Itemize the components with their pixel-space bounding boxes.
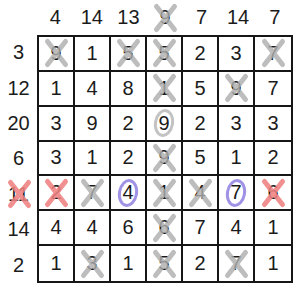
cell-value: 2 (194, 112, 205, 135)
cell-value: 3 (50, 112, 61, 135)
cell-value: 2 (122, 112, 133, 135)
grid-cell-r6c1[interactable]: 4 (39, 211, 75, 246)
cell-value: 1 (158, 181, 169, 204)
grid-cell-r4c3[interactable]: 2 (111, 142, 147, 177)
cell-value: 2 (267, 146, 278, 169)
col-header-1-label: 4 (50, 6, 61, 29)
cell-value: 3 (267, 112, 278, 135)
grid-cell-r1c2[interactable]: 1 (75, 37, 111, 72)
row-header-5-label: 11 (8, 183, 29, 206)
col-header-4-label: 9 (159, 6, 170, 29)
cell-value: 1 (267, 252, 278, 275)
grid-cell-r6c2[interactable]: 4 (75, 211, 111, 246)
cell-value: 3 (230, 42, 241, 65)
col-header-4: 9 (147, 0, 184, 35)
cell-value: 3 (230, 112, 241, 135)
column-targets: 4141397147 (37, 0, 293, 35)
cell-value: 1 (50, 77, 61, 100)
cell-value: 1 (122, 252, 133, 275)
grid-cell-r3c3[interactable]: 2 (111, 107, 147, 142)
grid-cell-r3c5[interactable]: 2 (183, 107, 219, 142)
row-header-3-label: 20 (7, 112, 29, 135)
col-header-6: 14 (220, 0, 257, 35)
cell-value: 9 (86, 112, 97, 135)
cell-value: 2 (194, 42, 205, 65)
cell-value: 7 (230, 181, 241, 204)
grid-cell-r6c7[interactable]: 1 (255, 211, 291, 246)
col-header-2-label: 14 (81, 6, 103, 29)
grid-cell-r4c5[interactable]: 5 (183, 142, 219, 177)
cell-value: 6 (158, 216, 169, 239)
grid-cell-r5c1[interactable]: 2 (39, 176, 75, 211)
grid-cell-r2c6[interactable]: 9 (219, 72, 255, 107)
grid-cell-r3c6[interactable]: 3 (219, 107, 255, 142)
cell-value: 3 (86, 252, 97, 275)
grid-cell-r2c3[interactable]: 8 (111, 72, 147, 107)
row-header-1-label: 3 (13, 41, 24, 64)
grid-cell-r1c7[interactable]: 7 (255, 37, 291, 72)
grid-cell-r3c4[interactable]: 9 (147, 107, 183, 142)
cell-value: 9 (158, 146, 169, 169)
cell-value: 4 (50, 216, 61, 239)
grid-cell-r7c4[interactable]: 5 (147, 246, 183, 281)
col-header-5-label: 7 (196, 6, 207, 29)
cell-value: 9 (50, 42, 61, 65)
cell-value: 3 (50, 146, 61, 169)
grid-cell-r6c6[interactable]: 4 (219, 211, 255, 246)
col-header-2: 14 (74, 0, 111, 35)
grid-cell-r6c4[interactable]: 6 (147, 211, 183, 246)
cell-value: 5 (158, 252, 169, 275)
grid-cell-r3c1[interactable]: 3 (39, 107, 75, 142)
grid-cell-r4c2[interactable]: 1 (75, 142, 111, 177)
grid-cell-r7c2[interactable]: 3 (75, 246, 111, 281)
cell-value: 9 (230, 77, 241, 100)
cell-value: 4 (86, 216, 97, 239)
row-header-5: 11 (0, 177, 37, 212)
grid-cell-r5c4[interactable]: 1 (147, 176, 183, 211)
grid-cell-r7c3[interactable]: 1 (111, 246, 147, 281)
grid-cell-r2c4[interactable]: 1 (147, 72, 183, 107)
grid-cell-r7c5[interactable]: 2 (183, 246, 219, 281)
grid-cell-r5c2[interactable]: 7 (75, 176, 111, 211)
grid-cell-r3c7[interactable]: 3 (255, 107, 291, 142)
col-header-7: 7 (256, 0, 293, 35)
row-header-4-label: 6 (13, 147, 24, 170)
cell-value: 1 (230, 146, 241, 169)
row-header-2-label: 12 (7, 77, 29, 100)
row-targets: 31220611142 (0, 35, 37, 283)
grid-cell-r4c4[interactable]: 9 (147, 142, 183, 177)
cell-value: 7 (267, 42, 278, 65)
col-header-3: 13 (110, 0, 147, 35)
cell-value: 5 (194, 77, 205, 100)
cell-value: 9 (158, 112, 169, 135)
cell-value: 7 (86, 181, 97, 204)
grid-cell-r1c4[interactable]: 5 (147, 37, 183, 72)
row-header-6: 14 (0, 212, 37, 247)
grid-cell-r5c5[interactable]: 4 (183, 176, 219, 211)
cell-value: 7 (230, 252, 241, 275)
grid-cell-r5c7[interactable]: 6 (255, 176, 291, 211)
cell-value: 2 (122, 146, 133, 169)
grid-cell-r7c1[interactable]: 1 (39, 246, 75, 281)
col-header-6-label: 14 (227, 6, 249, 29)
cell-value: 2 (50, 181, 61, 204)
grid-cell-r1c5[interactable]: 2 (183, 37, 219, 72)
row-header-4: 6 (0, 141, 37, 176)
cell-value: 6 (122, 216, 133, 239)
cell-value: 8 (122, 77, 133, 100)
cell-value: 1 (267, 216, 278, 239)
cell-value: 5 (122, 42, 133, 65)
grid-cell-r2c2[interactable]: 4 (75, 72, 111, 107)
row-header-7-label: 2 (13, 254, 24, 277)
cell-value: 4 (122, 181, 133, 204)
cell-value: 1 (86, 146, 97, 169)
grid-cell-r2c7[interactable]: 7 (255, 72, 291, 107)
puzzle-grid: 9155237148159739292333129512274147644667… (37, 35, 293, 283)
puzzle-board: 4141397147 31220611142 91552371481597392… (0, 0, 300, 298)
grid-cell-r7c6[interactable]: 7 (219, 246, 255, 281)
row-header-1: 3 (0, 35, 37, 70)
cell-value: 6 (267, 181, 278, 204)
cell-value: 4 (86, 77, 97, 100)
cell-value: 7 (267, 77, 278, 100)
grid-cell-r6c5[interactable]: 7 (183, 211, 219, 246)
col-header-1: 4 (37, 0, 74, 35)
cell-value: 4 (230, 216, 241, 239)
cell-value: 4 (194, 181, 205, 204)
grid-cell-r1c6[interactable]: 3 (219, 37, 255, 72)
cell-value: 7 (194, 216, 205, 239)
row-header-7: 2 (0, 248, 37, 283)
grid-cell-r4c7[interactable]: 2 (255, 142, 291, 177)
cell-value: 5 (194, 146, 205, 169)
grid-cell-r5c3[interactable]: 4 (111, 176, 147, 211)
col-header-7-label: 7 (269, 6, 280, 29)
cell-value: 1 (158, 77, 169, 100)
row-header-3: 20 (0, 106, 37, 141)
row-header-2: 12 (0, 70, 37, 105)
cell-value: 5 (158, 42, 169, 65)
grid-cell-r6c3[interactable]: 6 (111, 211, 147, 246)
grid-cell-r3c2[interactable]: 9 (75, 107, 111, 142)
grid-cell-r4c1[interactable]: 3 (39, 142, 75, 177)
row-header-6-label: 14 (7, 218, 29, 241)
grid-cell-r1c3[interactable]: 5 (111, 37, 147, 72)
grid-cell-r2c1[interactable]: 1 (39, 72, 75, 107)
cell-value: 1 (50, 252, 61, 275)
grid-cell-r4c6[interactable]: 1 (219, 142, 255, 177)
cell-value: 2 (194, 252, 205, 275)
grid-cell-r5c6[interactable]: 7 (219, 176, 255, 211)
col-header-5: 7 (183, 0, 220, 35)
grid-cell-r2c5[interactable]: 5 (183, 72, 219, 107)
cell-value: 1 (86, 42, 97, 65)
grid-cell-r1c1[interactable]: 9 (39, 37, 75, 72)
grid-cell-r7c7[interactable]: 1 (255, 246, 291, 281)
col-header-3-label: 13 (117, 6, 139, 29)
